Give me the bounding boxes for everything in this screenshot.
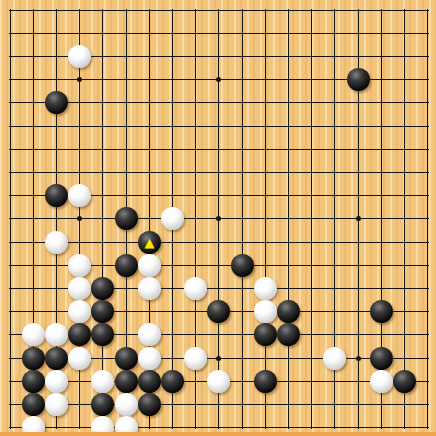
star-point xyxy=(356,356,361,361)
black-stone xyxy=(347,68,370,91)
white-stone xyxy=(68,347,91,370)
grid-line-horizontal xyxy=(9,172,429,173)
grid-line-vertical xyxy=(10,9,11,429)
black-stone xyxy=(91,277,114,300)
black-stone xyxy=(115,207,138,230)
white-stone xyxy=(115,393,138,416)
bottom-edge-strip xyxy=(0,432,436,436)
white-stone xyxy=(45,231,68,254)
grid-line-vertical xyxy=(265,9,266,429)
white-stone xyxy=(68,300,91,323)
white-stone xyxy=(68,184,91,207)
white-stone xyxy=(22,323,45,346)
white-stone xyxy=(45,323,68,346)
grid-line-vertical xyxy=(288,9,289,429)
black-stone xyxy=(91,300,114,323)
black-stone xyxy=(207,300,230,323)
white-stone xyxy=(45,393,68,416)
black-stone xyxy=(231,254,254,277)
white-stone xyxy=(68,254,91,277)
black-stone xyxy=(138,393,161,416)
white-stone xyxy=(138,254,161,277)
black-stone xyxy=(138,370,161,393)
black-stone xyxy=(370,347,393,370)
white-stone xyxy=(138,347,161,370)
black-stone xyxy=(277,300,300,323)
white-stone xyxy=(45,370,68,393)
white-stone xyxy=(184,347,207,370)
grid-line-vertical xyxy=(242,9,243,429)
white-stone xyxy=(184,277,207,300)
white-stone xyxy=(254,277,277,300)
white-stone xyxy=(161,207,184,230)
star-point xyxy=(216,356,221,361)
black-stone xyxy=(45,347,68,370)
grid-line-horizontal xyxy=(9,427,429,428)
star-point xyxy=(77,216,82,221)
star-point xyxy=(216,77,221,82)
go-board[interactable]: ▲ xyxy=(0,0,436,436)
grid-line-horizontal xyxy=(9,242,429,243)
grid-line-vertical xyxy=(311,9,312,429)
grid-line-horizontal xyxy=(9,149,429,150)
grid-line-horizontal xyxy=(9,126,429,127)
grid-line-horizontal xyxy=(9,404,429,405)
black-stone xyxy=(91,323,114,346)
star-point xyxy=(77,77,82,82)
black-stone xyxy=(277,323,300,346)
white-stone xyxy=(207,370,230,393)
black-stone xyxy=(45,184,68,207)
black-stone xyxy=(254,323,277,346)
grid-line-horizontal xyxy=(9,10,429,11)
white-stone xyxy=(370,370,393,393)
black-stone xyxy=(370,300,393,323)
white-stone xyxy=(138,277,161,300)
black-stone xyxy=(22,393,45,416)
black-stone xyxy=(22,370,45,393)
black-stone xyxy=(161,370,184,393)
grid-line-vertical xyxy=(427,9,428,429)
black-stone: ▲ xyxy=(138,231,161,254)
star-point xyxy=(356,216,361,221)
white-stone xyxy=(68,45,91,68)
star-point xyxy=(216,216,221,221)
black-stone xyxy=(45,91,68,114)
white-stone xyxy=(138,323,161,346)
black-stone xyxy=(254,370,277,393)
black-stone xyxy=(115,254,138,277)
black-stone xyxy=(68,323,91,346)
white-stone xyxy=(323,347,346,370)
grid-line-horizontal xyxy=(9,102,429,103)
last-move-triangle-marker: ▲ xyxy=(145,236,155,249)
black-stone xyxy=(115,347,138,370)
white-stone xyxy=(68,277,91,300)
black-stone xyxy=(91,393,114,416)
grid-line-vertical xyxy=(404,9,405,429)
white-stone xyxy=(91,370,114,393)
black-stone xyxy=(115,370,138,393)
black-stone xyxy=(393,370,416,393)
grid-line-horizontal xyxy=(9,33,429,34)
grid-line-vertical xyxy=(102,9,103,429)
white-stone xyxy=(254,300,277,323)
black-stone xyxy=(22,347,45,370)
